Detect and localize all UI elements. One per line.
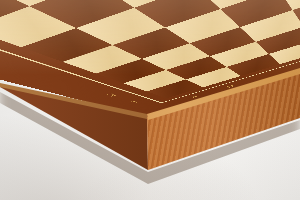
rank-label-1: 1: [120, 97, 148, 105]
chessboard-photo: 12ab: [0, 0, 300, 200]
rank-label-2: 2: [96, 90, 127, 99]
